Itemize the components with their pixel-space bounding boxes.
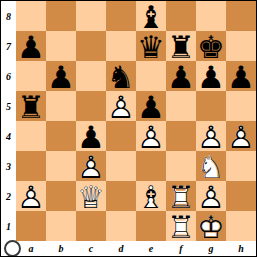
- piece-white-pawn-outline: ♙: [106, 92, 136, 122]
- square-c2[interactable]: ♛♕: [76, 181, 106, 211]
- square-d6[interactable]: ♞: [106, 61, 136, 91]
- square-a4[interactable]: [16, 121, 46, 151]
- piece-white-pawn-outline: ♙: [136, 122, 166, 152]
- square-f8[interactable]: [166, 1, 196, 31]
- file-labels: abcdefgh: [16, 241, 256, 256]
- piece-white-knight[interactable]: ♞: [196, 152, 226, 182]
- square-g8[interactable]: [196, 1, 226, 31]
- rank-label-6: 6: [1, 61, 16, 91]
- square-h7[interactable]: [226, 31, 256, 61]
- square-d1[interactable]: [106, 211, 136, 241]
- piece-black-pawn[interactable]: ♟: [136, 92, 166, 122]
- piece-white-pawn[interactable]: ♟: [106, 92, 136, 122]
- square-d8[interactable]: [106, 1, 136, 31]
- square-a7[interactable]: ♟: [16, 31, 46, 61]
- piece-white-pawn[interactable]: ♟: [136, 122, 166, 152]
- piece-white-rook[interactable]: ♜: [166, 182, 196, 212]
- piece-white-pawn[interactable]: ♟: [76, 152, 106, 182]
- file-label-f: f: [166, 241, 196, 256]
- square-b1[interactable]: [46, 211, 76, 241]
- square-b4[interactable]: [46, 121, 76, 151]
- rank-label-4: 4: [1, 121, 16, 151]
- square-b8[interactable]: [46, 1, 76, 31]
- piece-black-pawn[interactable]: ♟: [226, 62, 256, 92]
- piece-black-knight[interactable]: ♞: [106, 62, 136, 92]
- piece-white-pawn-outline: ♙: [196, 122, 226, 152]
- piece-black-pawn[interactable]: ♟: [76, 122, 106, 152]
- square-d5[interactable]: ♟♙: [106, 91, 136, 121]
- square-h2[interactable]: [226, 181, 256, 211]
- square-d4[interactable]: [106, 121, 136, 151]
- piece-white-bishop[interactable]: ♝: [136, 182, 166, 212]
- square-g5[interactable]: [196, 91, 226, 121]
- square-c4[interactable]: ♟: [76, 121, 106, 151]
- piece-white-pawn[interactable]: ♟: [226, 122, 256, 152]
- square-g1[interactable]: ♚♔: [196, 211, 226, 241]
- square-b5[interactable]: [46, 91, 76, 121]
- square-h1[interactable]: [226, 211, 256, 241]
- square-h3[interactable]: [226, 151, 256, 181]
- piece-white-rook[interactable]: ♜: [166, 212, 196, 242]
- file-label-d: d: [106, 241, 136, 256]
- piece-white-queen-outline: ♕: [76, 182, 106, 212]
- square-f1[interactable]: ♜♖: [166, 211, 196, 241]
- square-c3[interactable]: ♟♙: [76, 151, 106, 181]
- piece-white-king[interactable]: ♚: [196, 212, 226, 242]
- piece-white-king-outline: ♔: [196, 212, 226, 242]
- square-a2[interactable]: ♟♙: [16, 181, 46, 211]
- square-e8[interactable]: ♝: [136, 1, 166, 31]
- piece-white-bishop-outline: ♗: [136, 182, 166, 212]
- piece-black-pawn[interactable]: ♟: [196, 62, 226, 92]
- chess-board[interactable]: ♝♟♛♜♚♟♞♟♟♟♜♟♙♟♟♟♙♟♙♟♙♟♙♞♘♟♙♛♕♝♗♜♖♟♙♜♖♚♔: [16, 1, 256, 241]
- file-label-h: h: [226, 241, 256, 256]
- file-label-g: g: [196, 241, 226, 256]
- square-f2[interactable]: ♜♖: [166, 181, 196, 211]
- square-f5[interactable]: [166, 91, 196, 121]
- piece-white-queen[interactable]: ♛: [76, 182, 106, 212]
- piece-white-pawn-outline: ♙: [196, 182, 226, 212]
- square-b7[interactable]: [46, 31, 76, 61]
- square-d2[interactable]: [106, 181, 136, 211]
- piece-white-pawn-outline: ♙: [226, 122, 256, 152]
- square-f6[interactable]: ♟: [166, 61, 196, 91]
- square-d3[interactable]: [106, 151, 136, 181]
- piece-white-pawn[interactable]: ♟: [196, 182, 226, 212]
- square-c1[interactable]: [76, 211, 106, 241]
- square-g2[interactable]: ♟♙: [196, 181, 226, 211]
- piece-white-rook-outline: ♖: [166, 182, 196, 212]
- square-g4[interactable]: ♟♙: [196, 121, 226, 151]
- square-g7[interactable]: ♚: [196, 31, 226, 61]
- square-a1[interactable]: [16, 211, 46, 241]
- square-c6[interactable]: [76, 61, 106, 91]
- square-f7[interactable]: ♜: [166, 31, 196, 61]
- square-a5[interactable]: ♜: [16, 91, 46, 121]
- piece-white-pawn-outline: ♙: [16, 182, 46, 212]
- square-a6[interactable]: [16, 61, 46, 91]
- piece-black-rook[interactable]: ♜: [166, 32, 196, 62]
- rank-label-1: 1: [1, 211, 16, 241]
- square-h8[interactable]: [226, 1, 256, 31]
- file-label-e: e: [136, 241, 166, 256]
- piece-white-rook-outline: ♖: [166, 212, 196, 242]
- square-h4[interactable]: ♟♙: [226, 121, 256, 151]
- piece-white-pawn[interactable]: ♟: [16, 182, 46, 212]
- square-a8[interactable]: [16, 1, 46, 31]
- piece-black-bishop[interactable]: ♝: [136, 2, 166, 32]
- square-e5[interactable]: ♟: [136, 91, 166, 121]
- square-c5[interactable]: [76, 91, 106, 121]
- file-label-c: c: [76, 241, 106, 256]
- piece-black-queen[interactable]: ♛: [136, 32, 166, 62]
- square-f3[interactable]: [166, 151, 196, 181]
- square-b3[interactable]: [46, 151, 76, 181]
- rank-label-8: 8: [1, 1, 16, 31]
- square-h6[interactable]: ♟: [226, 61, 256, 91]
- rank-label-5: 5: [1, 91, 16, 121]
- square-f4[interactable]: [166, 121, 196, 151]
- piece-black-rook[interactable]: ♜: [16, 92, 46, 122]
- rank-labels: 87654321: [1, 1, 16, 241]
- chess-diagram: 87654321 ♝♟♛♜♚♟♞♟♟♟♜♟♙♟♟♟♙♟♙♟♙♟♙♞♘♟♙♛♕♝♗…: [0, 0, 257, 257]
- square-e6[interactable]: [136, 61, 166, 91]
- square-d7[interactable]: [106, 31, 136, 61]
- square-c7[interactable]: [76, 31, 106, 61]
- piece-black-pawn[interactable]: ♟: [166, 62, 196, 92]
- piece-black-pawn[interactable]: ♟: [16, 32, 46, 62]
- rank-label-2: 2: [1, 181, 16, 211]
- square-h5[interactable]: [226, 91, 256, 121]
- square-e3[interactable]: [136, 151, 166, 181]
- piece-black-king[interactable]: ♚: [196, 32, 226, 62]
- square-e2[interactable]: ♝♗: [136, 181, 166, 211]
- square-a3[interactable]: [16, 151, 46, 181]
- square-e4[interactable]: ♟♙: [136, 121, 166, 151]
- piece-white-knight-outline: ♘: [196, 152, 226, 182]
- square-g3[interactable]: ♞♘: [196, 151, 226, 181]
- rank-label-7: 7: [1, 31, 16, 61]
- file-label-b: b: [46, 241, 76, 256]
- square-g6[interactable]: ♟: [196, 61, 226, 91]
- piece-black-pawn[interactable]: ♟: [46, 62, 76, 92]
- piece-white-pawn[interactable]: ♟: [196, 122, 226, 152]
- piece-white-pawn-outline: ♙: [76, 152, 106, 182]
- square-e7[interactable]: ♛: [136, 31, 166, 61]
- square-c8[interactable]: [76, 1, 106, 31]
- square-b6[interactable]: ♟: [46, 61, 76, 91]
- square-e1[interactable]: [136, 211, 166, 241]
- square-b2[interactable]: [46, 181, 76, 211]
- rank-label-3: 3: [1, 151, 16, 181]
- white-to-move-indicator: [4, 240, 21, 257]
